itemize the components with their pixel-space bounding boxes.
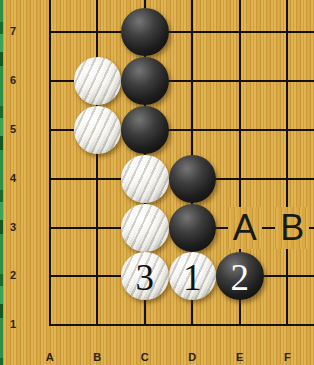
row-coordinate-label-1: 1 xyxy=(4,318,22,330)
point-D7[interactable] xyxy=(169,8,217,57)
white-stone-B5[interactable] xyxy=(74,106,122,154)
point-A5[interactable] xyxy=(26,106,74,155)
black-stone-C5[interactable] xyxy=(121,106,169,154)
point-B5[interactable] xyxy=(74,106,122,155)
point-A2[interactable] xyxy=(26,252,74,301)
point-C4[interactable] xyxy=(121,154,169,203)
white-stone-D2[interactable]: 1 xyxy=(169,252,217,300)
go-board-diagram: AB312 7654321ABCDEF xyxy=(0,0,314,365)
point-F4[interactable] xyxy=(264,154,312,203)
point-F2[interactable] xyxy=(264,252,312,301)
move-number-label: 3 xyxy=(136,259,155,296)
column-coordinate-label-B: B xyxy=(87,351,107,363)
point-D2[interactable]: 1 xyxy=(169,252,217,301)
point-F3[interactable]: B xyxy=(264,203,312,252)
row-coordinate-label-4: 4 xyxy=(4,172,22,184)
point-letter-label-E3: A xyxy=(228,207,262,249)
point-letter-label-F3: B xyxy=(275,207,309,249)
white-stone-B6[interactable] xyxy=(74,57,122,105)
point-E7[interactable] xyxy=(216,8,264,57)
row-coordinate-label-5: 5 xyxy=(4,123,22,135)
point-E5[interactable] xyxy=(216,106,264,155)
point-F7[interactable] xyxy=(264,8,312,57)
column-coordinate-label-C: C xyxy=(135,351,155,363)
row-coordinate-label-7: 7 xyxy=(4,25,22,37)
point-F6[interactable] xyxy=(264,57,312,106)
row-coordinate-label-2: 2 xyxy=(4,269,22,281)
black-stone-D3[interactable] xyxy=(169,204,217,252)
black-stone-C6[interactable] xyxy=(121,57,169,105)
point-E4[interactable] xyxy=(216,154,264,203)
point-E1[interactable] xyxy=(216,301,264,350)
point-A6[interactable] xyxy=(26,57,74,106)
row-coordinate-label-6: 6 xyxy=(4,74,22,86)
column-coordinate-label-D: D xyxy=(182,351,202,363)
point-C7[interactable] xyxy=(121,8,169,57)
point-E3[interactable]: A xyxy=(216,203,264,252)
point-C3[interactable] xyxy=(121,203,169,252)
point-B1[interactable] xyxy=(74,301,122,350)
move-number-label: 1 xyxy=(183,259,202,296)
white-stone-C4[interactable] xyxy=(121,155,169,203)
point-A4[interactable] xyxy=(26,154,74,203)
column-coordinate-label-E: E xyxy=(230,351,250,363)
move-number-label: 2 xyxy=(231,259,250,296)
point-D3[interactable] xyxy=(169,203,217,252)
point-B4[interactable] xyxy=(74,154,122,203)
white-stone-C3[interactable] xyxy=(121,204,169,252)
point-A3[interactable] xyxy=(26,203,74,252)
point-C2[interactable]: 3 xyxy=(121,252,169,301)
point-D4[interactable] xyxy=(169,154,217,203)
point-E6[interactable] xyxy=(216,57,264,106)
point-D6[interactable] xyxy=(169,57,217,106)
point-C5[interactable] xyxy=(121,106,169,155)
point-B3[interactable] xyxy=(74,203,122,252)
point-A7[interactable] xyxy=(26,8,74,57)
point-E2[interactable]: 2 xyxy=(216,252,264,301)
column-coordinate-label-F: F xyxy=(277,351,297,363)
point-D1[interactable] xyxy=(169,301,217,350)
white-stone-C2[interactable]: 3 xyxy=(121,252,169,300)
row-coordinate-label-3: 3 xyxy=(4,221,22,233)
point-D5[interactable] xyxy=(169,106,217,155)
point-F1[interactable] xyxy=(264,301,312,350)
point-B6[interactable] xyxy=(74,57,122,106)
point-B7[interactable] xyxy=(74,8,122,57)
point-B2[interactable] xyxy=(74,252,122,301)
column-coordinate-label-A: A xyxy=(40,351,60,363)
point-F5[interactable] xyxy=(264,106,312,155)
black-stone-C7[interactable] xyxy=(121,8,169,56)
black-stone-D4[interactable] xyxy=(169,155,217,203)
point-A1[interactable] xyxy=(26,301,74,350)
table-edge-strip xyxy=(0,0,3,365)
black-stone-E2[interactable]: 2 xyxy=(216,252,264,300)
point-C1[interactable] xyxy=(121,301,169,350)
point-C6[interactable] xyxy=(121,57,169,106)
board-grid: AB312 xyxy=(26,8,311,350)
